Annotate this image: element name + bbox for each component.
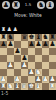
piece-black-pawn[interactable]: ♟ — [7, 41, 14, 48]
square-g6[interactable] — [42, 48, 49, 55]
square-d7[interactable] — [21, 41, 28, 48]
piece-white-king[interactable]: ♚ — [28, 83, 35, 90]
square-c8[interactable] — [14, 34, 21, 41]
status-score: 1-5 — [1, 91, 33, 96]
square-c6[interactable]: ♟ — [14, 48, 21, 55]
square-h1[interactable]: ♜ — [49, 83, 56, 90]
bishop-icon-button[interactable]: ♝ — [46, 1, 54, 9]
piece-white-bishop[interactable]: ♝ — [14, 83, 21, 90]
square-a4[interactable] — [0, 62, 7, 69]
square-d1[interactable]: ♛ — [21, 83, 28, 90]
square-g4[interactable] — [42, 62, 49, 69]
piece-black-queen[interactable]: ♛ — [21, 34, 28, 41]
square-e1[interactable]: ♚ — [28, 83, 35, 90]
move-indicator: Move: White — [0, 13, 56, 18]
square-c4[interactable] — [14, 62, 21, 69]
square-d3[interactable] — [21, 69, 28, 76]
piece-black-pawn[interactable]: ♟ — [0, 41, 7, 48]
square-a5[interactable] — [0, 55, 7, 62]
square-g2[interactable]: ♟ — [42, 76, 49, 83]
square-h7[interactable]: ♟ — [49, 41, 56, 48]
square-h5[interactable] — [49, 55, 56, 62]
square-e3[interactable]: ♟ — [28, 69, 35, 76]
square-h4[interactable] — [49, 62, 56, 69]
square-e6[interactable] — [28, 48, 35, 55]
square-c5[interactable] — [14, 55, 21, 62]
square-c1[interactable]: ♝ — [14, 83, 21, 90]
square-d8[interactable]: ♛ — [21, 34, 28, 41]
piece-white-pawn[interactable]: ♟ — [28, 69, 35, 76]
square-g7[interactable]: ♟ — [42, 41, 49, 48]
square-a7[interactable]: ♟ — [0, 41, 7, 48]
square-f5[interactable] — [35, 55, 42, 62]
square-e5[interactable] — [28, 55, 35, 62]
top-toolbar: ♟ ♜ 1-5 ♞ ♝ — [0, 0, 56, 11]
piece-white-bishop[interactable]: ♝ — [35, 83, 42, 90]
piece-black-pawn[interactable]: ♟ — [49, 41, 56, 48]
piece-white-knight[interactable]: ♞ — [7, 83, 14, 90]
captured-pieces-tray: ♜♟♟ — [1, 26, 33, 32]
piece-black-pawn[interactable]: ♟ — [42, 41, 49, 48]
square-h6[interactable] — [49, 48, 56, 55]
piece-white-pawn[interactable]: ♟ — [21, 62, 28, 69]
piece-white-rook[interactable]: ♜ — [49, 83, 56, 90]
square-f6[interactable] — [35, 48, 42, 55]
square-e7[interactable]: ♟ — [28, 41, 35, 48]
square-f7[interactable]: ♟ — [35, 41, 42, 48]
piece-black-pawn[interactable]: ♟ — [28, 41, 35, 48]
piece-black-pawn[interactable]: ♟ — [35, 41, 42, 48]
square-g5[interactable] — [42, 55, 49, 62]
piece-white-rook[interactable]: ♜ — [0, 83, 7, 90]
square-b4[interactable]: ♟ — [7, 62, 14, 69]
square-b7[interactable]: ♟ — [7, 41, 14, 48]
captured-pawn-icon: ♟ — [13, 26, 19, 32]
piece-white-queen[interactable]: ♛ — [21, 83, 28, 90]
square-d4[interactable]: ♟ — [21, 62, 28, 69]
square-g1[interactable] — [42, 83, 49, 90]
chess-board: ♜♞♛♚♝♞♜♟♟♟♟♟♟♟♟♟♟♟♞♟♟♟♟♟♜♞♝♛♚♝♜ — [0, 34, 56, 90]
piece-white-pawn[interactable]: ♟ — [42, 76, 49, 83]
square-b1[interactable]: ♞ — [7, 83, 14, 90]
square-b3[interactable] — [7, 69, 14, 76]
piece-black-pawn[interactable]: ♟ — [14, 48, 21, 55]
square-b6[interactable] — [7, 48, 14, 55]
square-a1[interactable]: ♜ — [0, 83, 7, 90]
piece-white-pawn[interactable]: ♟ — [7, 62, 14, 69]
knight-icon-button[interactable]: ♞ — [37, 1, 45, 9]
square-f1[interactable]: ♝ — [35, 83, 42, 90]
square-a6[interactable] — [0, 48, 7, 55]
